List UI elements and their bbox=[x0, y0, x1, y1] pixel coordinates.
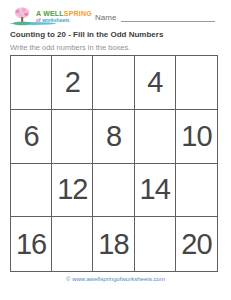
grid-cell-8: 8 bbox=[93, 110, 134, 164]
grid-cell-10: 10 bbox=[176, 110, 217, 164]
worksheet-title: Counting to 20 - Fill in the Odd Numbers bbox=[10, 30, 163, 39]
worksheet-instructions: Write the odd numbers in the boxes. bbox=[10, 43, 130, 52]
grid-cell-20: 20 bbox=[176, 217, 217, 271]
grid-cell-1-blank[interactable] bbox=[11, 56, 52, 110]
number-grid: 2 4 6 8 10 12 14 16 18 20 bbox=[10, 55, 218, 272]
grid-cell-4: 4 bbox=[135, 56, 176, 110]
grid-cell-16: 16 bbox=[11, 217, 52, 271]
grid-cell-15-blank[interactable] bbox=[176, 164, 217, 218]
grid-cell-14: 14 bbox=[135, 164, 176, 218]
grid-cell-18: 18 bbox=[93, 217, 134, 271]
grid-cell-7-blank[interactable] bbox=[52, 110, 93, 164]
grid-cell-17-blank[interactable] bbox=[52, 217, 93, 271]
name-label: Name bbox=[95, 13, 116, 22]
grid-cell-11-blank[interactable] bbox=[11, 164, 52, 218]
grid-cell-3-blank[interactable] bbox=[93, 56, 134, 110]
grid-cell-12: 12 bbox=[52, 164, 93, 218]
logo-text-spring: SPRING bbox=[64, 10, 92, 17]
grid-cell-19-blank[interactable] bbox=[135, 217, 176, 271]
grid-cell-5-blank[interactable] bbox=[176, 56, 217, 110]
name-write-line[interactable] bbox=[121, 21, 215, 22]
logo-text-awell: A WELL bbox=[36, 10, 64, 17]
grid-cell-9-blank[interactable] bbox=[135, 110, 176, 164]
grid-cell-13-blank[interactable] bbox=[93, 164, 134, 218]
grid-cell-2: 2 bbox=[52, 56, 93, 110]
logo-text: A WELLSPRING of worksheets bbox=[36, 10, 92, 23]
logo-swoosh bbox=[10, 22, 56, 25]
grid-cell-6: 6 bbox=[11, 110, 52, 164]
copyright-link[interactable]: © www.awellspringofworksheets.com bbox=[0, 276, 231, 282]
